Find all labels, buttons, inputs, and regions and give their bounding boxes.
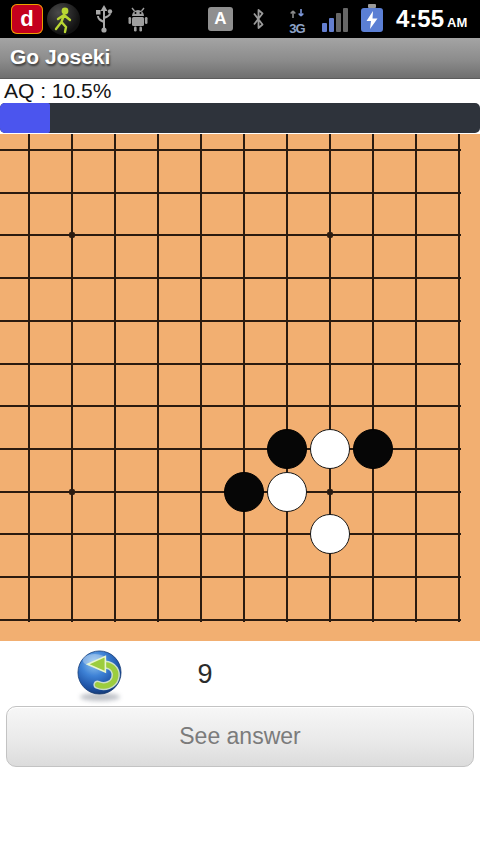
undo-arrow-icon	[76, 649, 123, 696]
star-point	[327, 232, 333, 238]
move-counter: 9	[190, 659, 220, 690]
usb-icon	[92, 5, 116, 37]
progress-bar	[0, 103, 480, 133]
black-stone	[267, 429, 307, 469]
grid-line-vertical	[71, 134, 73, 622]
android-debug-icon	[123, 7, 153, 36]
status-bar: d	[0, 0, 480, 38]
grid-line-horizontal	[0, 277, 461, 279]
title-bar: Go Joseki	[0, 38, 480, 79]
grid-line-vertical	[243, 134, 245, 622]
aq-stat: AQ : 10.5%	[4, 79, 111, 103]
white-stone	[267, 472, 307, 512]
bluetooth-icon	[251, 6, 266, 36]
progress-fill	[0, 103, 50, 133]
grid-line-vertical	[286, 134, 288, 622]
grid-line-horizontal	[0, 619, 461, 621]
black-stone	[353, 429, 393, 469]
app-title: Go Joseki	[10, 45, 110, 69]
input-method-icon: A	[208, 7, 233, 31]
clock: 4:55AM	[396, 5, 474, 33]
grid-line-horizontal	[0, 533, 461, 535]
network-type-label: 3G	[283, 22, 311, 35]
mobile-data-3g-icon: 3G	[283, 5, 311, 35]
grid-line-horizontal	[0, 320, 461, 322]
grid-line-vertical	[458, 134, 460, 622]
grid-line-vertical	[157, 134, 159, 622]
black-stone	[224, 472, 264, 512]
signal-strength-icon	[322, 8, 350, 32]
grid-line-horizontal	[0, 576, 461, 578]
grid-line-horizontal	[0, 192, 461, 194]
grid-line-vertical	[415, 134, 417, 622]
white-stone	[310, 514, 350, 554]
star-point	[327, 489, 333, 495]
grid-line-horizontal	[0, 363, 461, 365]
star-point	[69, 489, 75, 495]
clock-period: AM	[447, 15, 467, 30]
white-stone	[310, 429, 350, 469]
screen: d	[0, 0, 480, 854]
grid-line-vertical	[114, 134, 116, 622]
pedometer-icon	[47, 3, 80, 35]
star-point	[69, 232, 75, 238]
grid-line-horizontal	[0, 149, 461, 151]
grid-line-vertical	[372, 134, 374, 622]
see-answer-button[interactable]: See answer	[6, 706, 474, 767]
docomo-d-icon: d	[11, 4, 43, 34]
grid-line-vertical	[200, 134, 202, 622]
grid-line-horizontal	[0, 405, 461, 407]
battery-charging-icon	[360, 4, 384, 32]
clock-time: 4:55	[396, 5, 444, 32]
grid-line-vertical	[28, 134, 30, 622]
go-board[interactable]	[0, 134, 480, 641]
undo-button[interactable]	[76, 649, 123, 696]
